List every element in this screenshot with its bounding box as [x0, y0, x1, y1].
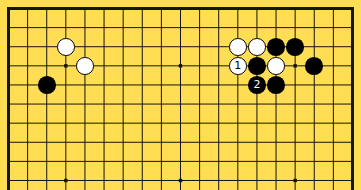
white-stone[interactable]	[248, 38, 266, 56]
black-stone[interactable]	[248, 57, 266, 75]
black-stone[interactable]	[305, 57, 323, 75]
black-stone[interactable]	[286, 38, 304, 56]
black-stone[interactable]	[38, 76, 56, 94]
white-stone[interactable]	[57, 38, 75, 56]
white-stone[interactable]: 1	[229, 57, 247, 75]
black-stone[interactable]: 2	[248, 76, 266, 94]
move-number: 1	[234, 60, 241, 71]
white-stone[interactable]	[229, 38, 247, 56]
white-stone[interactable]	[76, 57, 94, 75]
go-board[interactable]: 12	[0, 0, 361, 190]
move-number: 2	[253, 79, 260, 90]
white-stone[interactable]	[267, 57, 285, 75]
go-board-diagram: 12	[0, 0, 361, 190]
black-stone[interactable]	[267, 38, 285, 56]
black-stone[interactable]	[267, 76, 285, 94]
